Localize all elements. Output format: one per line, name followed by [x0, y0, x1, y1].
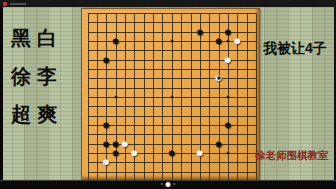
left-edge-mask	[0, 7, 3, 180]
hoshi-point	[226, 40, 229, 43]
hoshi-point	[226, 96, 229, 99]
white-stone-R16: ●	[232, 36, 242, 46]
grid-line	[209, 13, 210, 181]
players-row-given-names: 超爽	[11, 103, 63, 141]
hoshi-point	[114, 96, 117, 99]
players-row-colors: 黑白	[11, 27, 63, 65]
titlebar-text-smudge	[10, 3, 26, 5]
grid-line	[191, 13, 192, 181]
last-move-marker	[217, 77, 220, 80]
window-titlebar	[0, 0, 336, 7]
hoshi-point	[170, 40, 173, 43]
black-stone-N17: ●	[195, 27, 205, 37]
white-stone-P12: ●	[214, 73, 224, 83]
video-window: 黑白 徐李 超爽 ●●●●●●●●●●●●●●●●●●● 我被让4子 徐老师围棋…	[0, 0, 336, 189]
go-board: ●●●●●●●●●●●●●●●●●●●	[81, 8, 260, 180]
black-stone-D16: ●	[111, 36, 121, 46]
hoshi-point	[170, 96, 173, 99]
grid-line	[181, 13, 182, 181]
play-knob[interactable]	[166, 182, 171, 187]
players-row-surnames: 徐李	[11, 65, 63, 103]
grid-line	[88, 106, 257, 107]
black-stone-K4: ●	[167, 148, 177, 158]
grid-line	[88, 172, 257, 173]
white-stone-N4: ●	[195, 148, 205, 158]
hoshi-point	[226, 152, 229, 155]
video-frame: 黑白 徐李 超爽 ●●●●●●●●●●●●●●●●●●● 我被让4子 徐老师围棋…	[0, 7, 336, 180]
grid-line	[247, 13, 248, 181]
white-stone-F4: ●	[129, 148, 139, 158]
black-stone-Q7: ●	[223, 120, 233, 130]
transport-controls: ◂ ▸	[160, 181, 175, 187]
player-controls: ◂ ▸	[0, 180, 336, 189]
handicap-note: 我被让4子	[263, 40, 327, 58]
next-icon[interactable]: ▸	[174, 181, 176, 187]
white-stone-C3: ●	[101, 157, 111, 167]
black-stone-P5: ●	[214, 139, 224, 149]
white-stone-Q14: ●	[223, 55, 233, 65]
prev-icon[interactable]: ◂	[160, 181, 162, 187]
black-stone-C14: ●	[101, 55, 111, 65]
grid-line	[88, 162, 257, 163]
black-stone-D4: ●	[111, 148, 121, 158]
studio-credit: 徐老师围棋教室	[255, 149, 329, 163]
recording-icon	[3, 2, 7, 6]
players-panel: 黑白 徐李 超爽	[11, 27, 63, 141]
black-stone-P16: ●	[214, 36, 224, 46]
black-stone-C7: ●	[101, 120, 111, 130]
go-board-grid: ●●●●●●●●●●●●●●●●●●●	[88, 13, 257, 181]
